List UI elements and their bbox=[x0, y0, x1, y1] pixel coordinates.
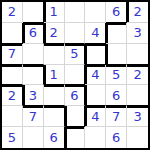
cell-r2c6[interactable] bbox=[106, 23, 127, 44]
cell-r6c2[interactable]: 7 bbox=[23, 106, 44, 127]
puzzle-page: 2162624375145223667473566 bbox=[0, 0, 150, 150]
given-digit: 6 bbox=[112, 89, 120, 102]
cell-r5c4[interactable]: 6 bbox=[65, 85, 86, 106]
cell-r5c6[interactable]: 6 bbox=[106, 85, 127, 106]
cell-r7c3[interactable]: 6 bbox=[44, 127, 65, 148]
cell-r1c6[interactable]: 6 bbox=[106, 2, 127, 23]
given-digit: 2 bbox=[8, 5, 16, 18]
cell-r3c2[interactable] bbox=[23, 44, 44, 65]
cell-r4c4[interactable] bbox=[65, 65, 86, 86]
given-digit: 6 bbox=[29, 26, 37, 39]
cell-r4c1[interactable] bbox=[2, 65, 23, 86]
given-digit: 5 bbox=[8, 131, 16, 144]
given-digit: 6 bbox=[49, 131, 57, 144]
cell-r5c2[interactable]: 3 bbox=[23, 85, 44, 106]
cell-r6c5[interactable]: 4 bbox=[85, 106, 106, 127]
cell-r2c4[interactable] bbox=[65, 23, 86, 44]
cell-r3c4[interactable]: 5 bbox=[65, 44, 86, 65]
cell-r5c7[interactable] bbox=[127, 85, 148, 106]
cell-r4c3[interactable]: 1 bbox=[44, 65, 65, 86]
cell-r7c2[interactable] bbox=[23, 127, 44, 148]
cell-r6c3[interactable] bbox=[44, 106, 65, 127]
given-digit: 2 bbox=[8, 89, 16, 102]
cell-r6c7[interactable]: 3 bbox=[127, 106, 148, 127]
given-digit: 7 bbox=[8, 47, 16, 60]
cell-r1c4[interactable] bbox=[65, 2, 86, 23]
given-digit: 2 bbox=[133, 5, 141, 18]
given-digit: 4 bbox=[91, 110, 99, 123]
given-digit: 2 bbox=[49, 26, 57, 39]
cell-r4c2[interactable] bbox=[23, 65, 44, 86]
cell-r4c5[interactable]: 4 bbox=[85, 65, 106, 86]
cell-r2c7[interactable]: 3 bbox=[127, 23, 148, 44]
cell-r3c1[interactable]: 7 bbox=[2, 44, 23, 65]
cell-r2c5[interactable]: 4 bbox=[85, 23, 106, 44]
cell-r3c6[interactable] bbox=[106, 44, 127, 65]
cell-r7c4[interactable] bbox=[65, 127, 86, 148]
given-digit: 5 bbox=[112, 68, 120, 81]
cell-r1c5[interactable] bbox=[85, 2, 106, 23]
cell-r1c2[interactable] bbox=[23, 2, 44, 23]
cell-r5c1[interactable]: 2 bbox=[2, 85, 23, 106]
given-digit: 3 bbox=[133, 110, 141, 123]
given-digit: 6 bbox=[70, 89, 78, 102]
cell-r2c1[interactable] bbox=[2, 23, 23, 44]
given-digit: 3 bbox=[29, 89, 37, 102]
given-digit: 2 bbox=[133, 68, 141, 81]
cell-r7c6[interactable]: 6 bbox=[106, 127, 127, 148]
given-digit: 7 bbox=[29, 110, 37, 123]
cell-r2c2[interactable]: 6 bbox=[23, 23, 44, 44]
cell-r5c3[interactable] bbox=[44, 85, 65, 106]
cell-r6c1[interactable] bbox=[2, 106, 23, 127]
given-digit: 1 bbox=[49, 68, 57, 81]
cell-r1c7[interactable]: 2 bbox=[127, 2, 148, 23]
cell-r3c7[interactable] bbox=[127, 44, 148, 65]
cell-r6c4[interactable] bbox=[65, 106, 86, 127]
cell-r7c7[interactable] bbox=[127, 127, 148, 148]
puzzle-board: 2162624375145223667473566 bbox=[0, 0, 150, 150]
given-digit: 1 bbox=[49, 5, 57, 18]
cell-r2c3[interactable]: 2 bbox=[44, 23, 65, 44]
cell-r7c5[interactable] bbox=[85, 127, 106, 148]
cell-r1c1[interactable]: 2 bbox=[2, 2, 23, 23]
given-digit: 6 bbox=[112, 5, 120, 18]
given-digit: 6 bbox=[112, 131, 120, 144]
given-digit: 4 bbox=[91, 26, 99, 39]
cell-r7c1[interactable]: 5 bbox=[2, 127, 23, 148]
cell-r1c3[interactable]: 1 bbox=[44, 2, 65, 23]
cell-r3c3[interactable] bbox=[44, 44, 65, 65]
cell-r3c5[interactable] bbox=[85, 44, 106, 65]
given-digit: 7 bbox=[112, 110, 120, 123]
cell-r4c6[interactable]: 5 bbox=[106, 65, 127, 86]
cell-r5c5[interactable] bbox=[85, 85, 106, 106]
cell-r6c6[interactable]: 7 bbox=[106, 106, 127, 127]
cell-r4c7[interactable]: 2 bbox=[127, 65, 148, 86]
given-digit: 4 bbox=[91, 68, 99, 81]
given-digit: 3 bbox=[133, 26, 141, 39]
given-digit: 5 bbox=[70, 47, 78, 60]
